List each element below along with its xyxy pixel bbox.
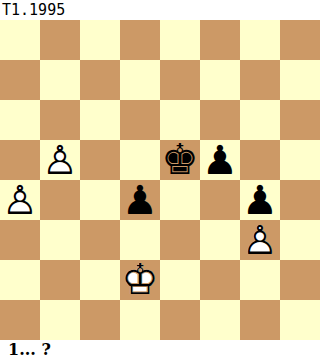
- square-c7[interactable]: [80, 60, 120, 100]
- square-c1[interactable]: [80, 300, 120, 340]
- square-e3[interactable]: [160, 220, 200, 260]
- square-f2[interactable]: [200, 260, 240, 300]
- square-c2[interactable]: [80, 260, 120, 300]
- piece-glyph: ♟: [200, 140, 240, 180]
- square-g1[interactable]: [240, 300, 280, 340]
- chess-board: ♟♙♚♟♟♙♟♟♟♙♚♔: [0, 20, 320, 340]
- diagram-header: T1.1995: [0, 0, 320, 20]
- square-g3[interactable]: ♟♙: [240, 220, 280, 260]
- square-d8[interactable]: [120, 20, 160, 60]
- square-h8[interactable]: [280, 20, 320, 60]
- square-d3[interactable]: [120, 220, 160, 260]
- black-pawn[interactable]: ♟: [240, 180, 280, 220]
- square-f5[interactable]: ♟: [200, 140, 240, 180]
- square-b7[interactable]: [40, 60, 80, 100]
- square-h6[interactable]: [280, 100, 320, 140]
- square-b5[interactable]: ♟♙: [40, 140, 80, 180]
- chess-diagram: T1.1995 ♟♙♚♟♟♙♟♟♟♙♚♔ 1... ?: [0, 0, 320, 360]
- square-f4[interactable]: [200, 180, 240, 220]
- square-h3[interactable]: [280, 220, 320, 260]
- diagram-footer: 1... ?: [0, 340, 320, 360]
- piece-outline: ♙: [0, 180, 40, 220]
- square-f3[interactable]: [200, 220, 240, 260]
- square-d6[interactable]: [120, 100, 160, 140]
- square-d2[interactable]: ♚♔: [120, 260, 160, 300]
- white-pawn[interactable]: ♟♙: [240, 220, 280, 260]
- square-e6[interactable]: [160, 100, 200, 140]
- diagram-title: T1.1995: [0, 0, 65, 20]
- square-b4[interactable]: [40, 180, 80, 220]
- square-e7[interactable]: [160, 60, 200, 100]
- square-a2[interactable]: [0, 260, 40, 300]
- white-pawn[interactable]: ♟♙: [0, 180, 40, 220]
- square-d1[interactable]: [120, 300, 160, 340]
- square-f8[interactable]: [200, 20, 240, 60]
- square-a3[interactable]: [0, 220, 40, 260]
- square-h5[interactable]: [280, 140, 320, 180]
- square-g2[interactable]: [240, 260, 280, 300]
- square-e1[interactable]: [160, 300, 200, 340]
- black-king[interactable]: ♚: [160, 140, 200, 180]
- square-a5[interactable]: [0, 140, 40, 180]
- square-g7[interactable]: [240, 60, 280, 100]
- square-a4[interactable]: ♟♙: [0, 180, 40, 220]
- square-a8[interactable]: [0, 20, 40, 60]
- square-c4[interactable]: [80, 180, 120, 220]
- square-a7[interactable]: [0, 60, 40, 100]
- white-king[interactable]: ♚♔: [120, 260, 160, 300]
- square-b3[interactable]: [40, 220, 80, 260]
- move-prompt: 1... ?: [0, 340, 51, 360]
- square-c8[interactable]: [80, 20, 120, 60]
- square-g8[interactable]: [240, 20, 280, 60]
- square-e4[interactable]: [160, 180, 200, 220]
- piece-glyph: ♟: [240, 180, 280, 220]
- square-c3[interactable]: [80, 220, 120, 260]
- square-b6[interactable]: [40, 100, 80, 140]
- square-f1[interactable]: [200, 300, 240, 340]
- black-pawn[interactable]: ♟: [200, 140, 240, 180]
- white-pawn[interactable]: ♟♙: [40, 140, 80, 180]
- piece-glyph: ♚: [160, 140, 200, 180]
- black-pawn[interactable]: ♟: [120, 180, 160, 220]
- square-c6[interactable]: [80, 100, 120, 140]
- square-e2[interactable]: [160, 260, 200, 300]
- square-h4[interactable]: [280, 180, 320, 220]
- square-b2[interactable]: [40, 260, 80, 300]
- square-f6[interactable]: [200, 100, 240, 140]
- square-a1[interactable]: [0, 300, 40, 340]
- square-d4[interactable]: ♟: [120, 180, 160, 220]
- square-g5[interactable]: [240, 140, 280, 180]
- square-g4[interactable]: ♟: [240, 180, 280, 220]
- piece-glyph: ♟: [120, 180, 160, 220]
- square-e8[interactable]: [160, 20, 200, 60]
- square-f7[interactable]: [200, 60, 240, 100]
- square-b1[interactable]: [40, 300, 80, 340]
- square-h2[interactable]: [280, 260, 320, 300]
- square-b8[interactable]: [40, 20, 80, 60]
- square-g6[interactable]: [240, 100, 280, 140]
- square-e5[interactable]: ♚: [160, 140, 200, 180]
- square-h7[interactable]: [280, 60, 320, 100]
- square-c5[interactable]: [80, 140, 120, 180]
- piece-outline: ♙: [40, 140, 80, 180]
- piece-outline: ♙: [240, 220, 280, 260]
- square-d7[interactable]: [120, 60, 160, 100]
- square-h1[interactable]: [280, 300, 320, 340]
- square-a6[interactable]: [0, 100, 40, 140]
- piece-outline: ♔: [120, 260, 160, 300]
- square-d5[interactable]: [120, 140, 160, 180]
